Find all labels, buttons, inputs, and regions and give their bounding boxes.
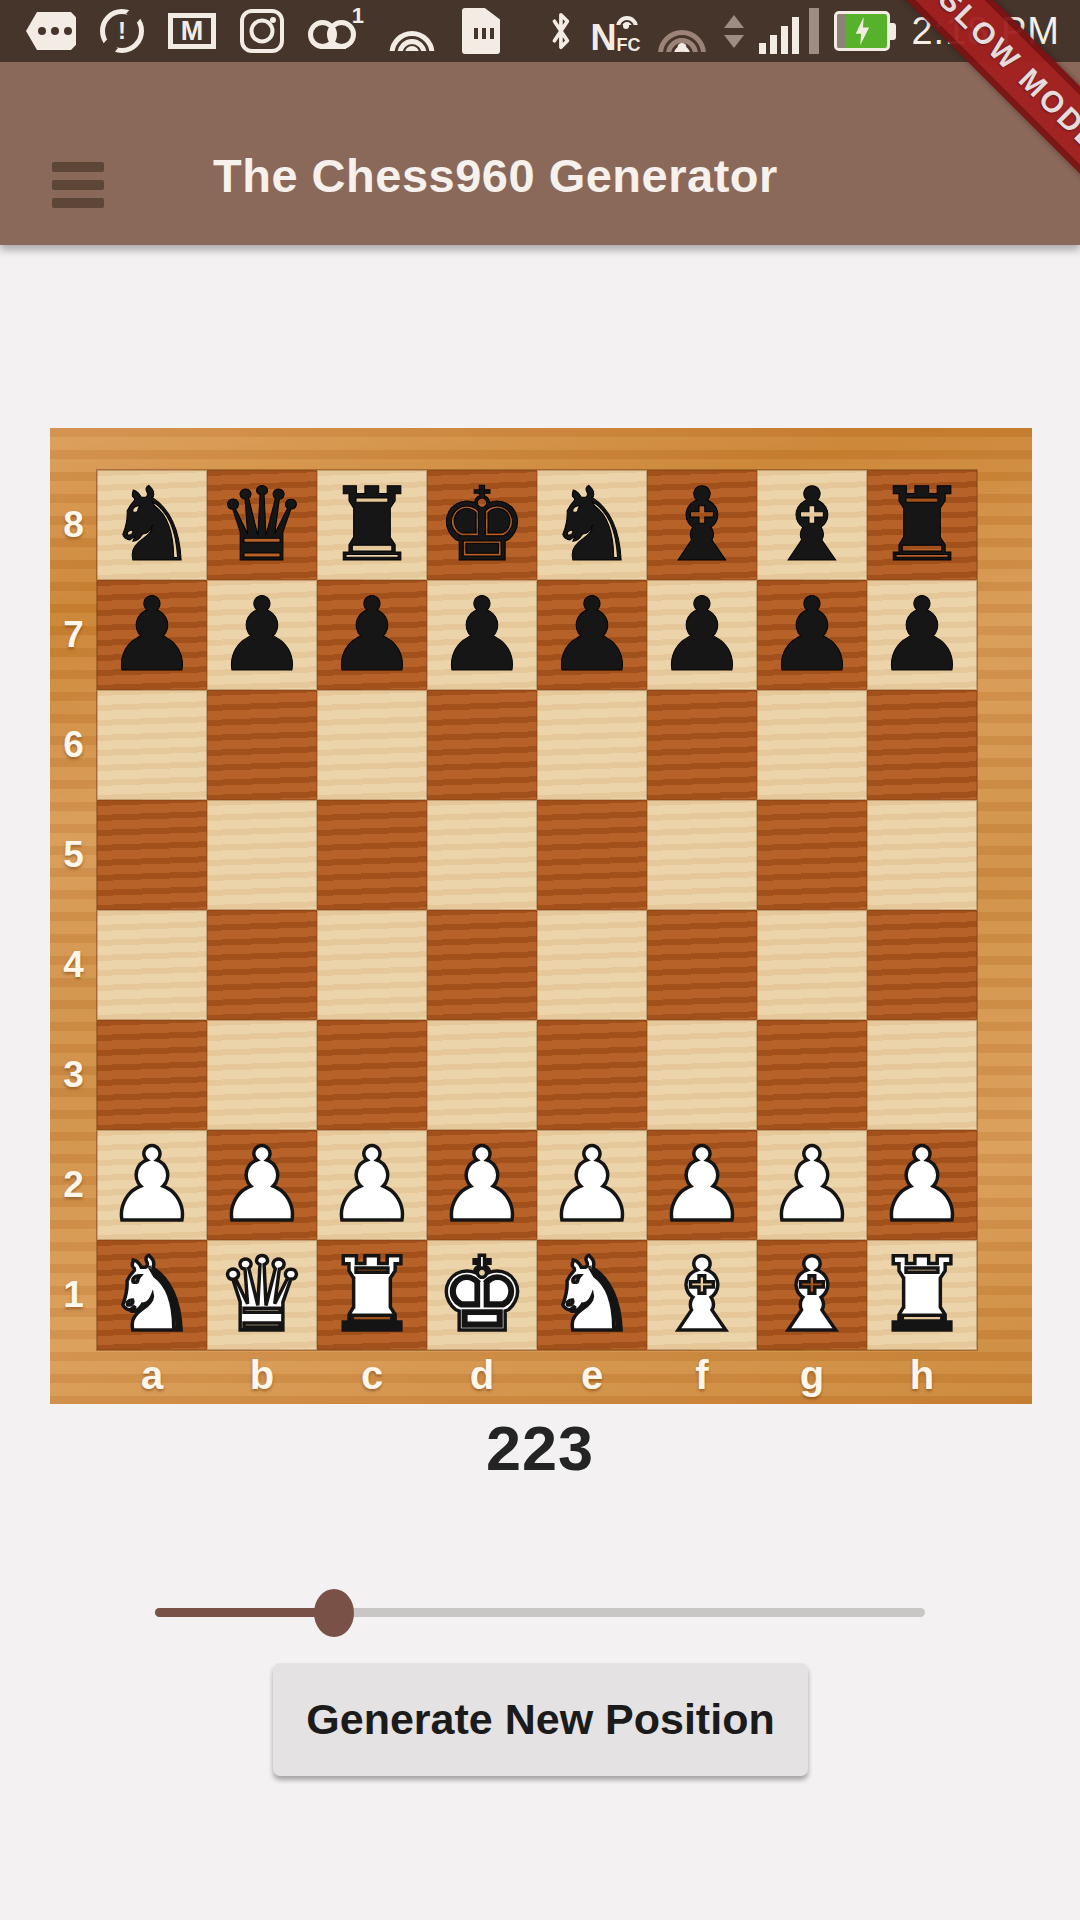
black-pawn: ♟ [876,581,967,689]
sync-problem-icon: ! [100,9,144,53]
voicemail-icon: 1 [308,9,362,53]
position-slider[interactable] [0,1560,1080,1660]
square-d2: ♟ [427,1130,537,1240]
updown-arrows-icon [724,15,744,48]
black-pawn: ♟ [106,581,197,689]
square-d8: ♚ [427,470,537,580]
square-d5 [427,800,537,910]
black-rook: ♜ [876,471,967,579]
white-pawn: ♟ [876,1131,967,1239]
white-pawn: ♟ [436,1131,527,1239]
rank-label-8: 8 [50,470,97,580]
white-knight: ♞ [106,1241,197,1349]
square-h3 [867,1020,977,1130]
square-h7: ♟ [867,580,977,690]
file-label-e: e [537,1350,647,1404]
rank-label-1: 1 [50,1240,97,1350]
white-knight: ♞ [546,1241,637,1349]
square-a6 [97,690,207,800]
square-h1: ♜ [867,1240,977,1350]
square-g5 [757,800,867,910]
white-pawn: ♟ [766,1131,857,1239]
square-d6 [427,690,537,800]
square-f6 [647,690,757,800]
rank-label-4: 4 [50,910,97,1020]
square-b3 [207,1020,317,1130]
square-a5 [97,800,207,910]
rank-labels: 87654321 [50,470,97,1350]
square-h6 [867,690,977,800]
square-e4 [537,910,647,1020]
white-pawn: ♟ [106,1131,197,1239]
rank-label-7: 7 [50,580,97,690]
white-pawn: ♟ [326,1131,417,1239]
battery-charging-icon [834,11,896,51]
black-bishop: ♝ [656,471,747,579]
square-d4 [427,910,537,1020]
square-d1: ♚ [427,1240,537,1350]
square-f5 [647,800,757,910]
square-c5 [317,800,427,910]
nfc-icon: NFC [590,7,640,55]
slider-fill [155,1608,334,1617]
square-g6 [757,690,867,800]
square-g7: ♟ [757,580,867,690]
square-h5 [867,800,977,910]
wifi-icon [655,10,709,52]
voicemail-badge: 1 [352,3,364,29]
board-squares: ♞♛♜♚♞♝♝♜♟♟♟♟♟♟♟♟♟♟♟♟♟♟♟♟♞♛♜♚♞♝♝♜ [97,470,977,1350]
square-f1: ♝ [647,1240,757,1350]
gmail-icon: M [168,13,216,49]
square-f8: ♝ [647,470,757,580]
black-pawn: ♟ [766,581,857,689]
signal-strength-icon [759,8,819,54]
white-queen: ♛ [216,1241,307,1349]
bluetooth-icon [549,9,575,53]
square-g4 [757,910,867,1020]
square-e3 [537,1020,647,1130]
square-c1: ♜ [317,1240,427,1350]
wifi-calling-icon [386,11,438,51]
square-e8: ♞ [537,470,647,580]
menu-hamburger-icon[interactable] [52,162,104,208]
rank-label-5: 5 [50,800,97,910]
black-queen: ♛ [216,471,307,579]
more-notifications-icon [26,12,76,50]
rank-label-3: 3 [50,1020,97,1130]
file-labels: abcdefgh [97,1350,977,1404]
file-label-f: f [647,1350,757,1404]
square-h8: ♜ [867,470,977,580]
square-b1: ♛ [207,1240,317,1350]
square-f2: ♟ [647,1130,757,1240]
black-pawn: ♟ [546,581,637,689]
chess960-generator-app: ! M 1 NFC 2:18 PM SLOW MODE [0,0,1080,1920]
square-c6 [317,690,427,800]
square-g1: ♝ [757,1240,867,1350]
square-d7: ♟ [427,580,537,690]
black-pawn: ♟ [216,581,307,689]
black-knight: ♞ [546,471,637,579]
square-g8: ♝ [757,470,867,580]
app-header: The Chess960 Generator [0,62,1080,245]
file-label-c: c [317,1350,427,1404]
square-h2: ♟ [867,1130,977,1240]
square-b4 [207,910,317,1020]
white-pawn: ♟ [216,1131,307,1239]
square-e2: ♟ [537,1130,647,1240]
black-pawn: ♟ [656,581,747,689]
square-c4 [317,910,427,1020]
white-rook: ♜ [326,1241,417,1349]
position-number: 223 [0,1412,1080,1484]
square-c3 [317,1020,427,1130]
square-b8: ♛ [207,470,317,580]
square-c8: ♜ [317,470,427,580]
white-pawn: ♟ [656,1131,747,1239]
white-bishop: ♝ [766,1241,857,1349]
black-pawn: ♟ [436,581,527,689]
file-label-a: a [97,1350,207,1404]
square-c7: ♟ [317,580,427,690]
page-title: The Chess960 Generator [213,148,778,203]
white-pawn: ♟ [546,1131,637,1239]
instagram-icon [240,9,284,53]
file-label-g: g [757,1350,867,1404]
black-knight: ♞ [106,471,197,579]
square-b5 [207,800,317,910]
rank-label-6: 6 [50,690,97,800]
white-king: ♚ [436,1241,527,1349]
sd-card-icon [462,8,500,54]
slider-thumb[interactable] [314,1589,354,1637]
square-g3 [757,1020,867,1130]
square-a3 [97,1020,207,1130]
square-a1: ♞ [97,1240,207,1350]
square-a7: ♟ [97,580,207,690]
square-a8: ♞ [97,470,207,580]
square-c2: ♟ [317,1130,427,1240]
square-e7: ♟ [537,580,647,690]
square-f4 [647,910,757,1020]
file-label-h: h [867,1350,977,1404]
generate-new-position-button[interactable]: Generate New Position [273,1663,808,1776]
square-b7: ♟ [207,580,317,690]
square-a4 [97,910,207,1020]
black-pawn: ♟ [326,581,417,689]
square-h4 [867,910,977,1020]
square-g2: ♟ [757,1130,867,1240]
square-e6 [537,690,647,800]
square-a2: ♟ [97,1130,207,1240]
square-e1: ♞ [537,1240,647,1350]
white-bishop: ♝ [656,1241,747,1349]
square-b2: ♟ [207,1130,317,1240]
file-label-d: d [427,1350,537,1404]
black-bishop: ♝ [766,471,857,579]
chess-board: 87654321 ♞♛♜♚♞♝♝♜♟♟♟♟♟♟♟♟♟♟♟♟♟♟♟♟♞♛♜♚♞♝♝… [50,428,1032,1404]
square-f3 [647,1020,757,1130]
black-king: ♚ [436,471,527,579]
square-d3 [427,1020,537,1130]
square-e5 [537,800,647,910]
black-rook: ♜ [326,471,417,579]
white-rook: ♜ [876,1241,967,1349]
rank-label-2: 2 [50,1130,97,1240]
square-f7: ♟ [647,580,757,690]
file-label-b: b [207,1350,317,1404]
square-b6 [207,690,317,800]
